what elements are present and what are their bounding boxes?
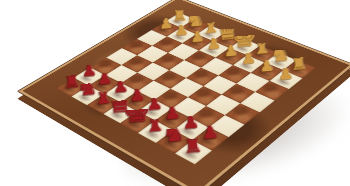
product-photo: ♜♞♝♛♚♝♞♜♟♟♟♟♟♟♟♟♟♟♟♟♟♟♟♟♜♞♝♛♚♝♞♜ <box>0 0 350 186</box>
piece-boxwood-queen: ♛ <box>216 28 239 51</box>
square-a4 <box>106 48 137 65</box>
board-frame: ♜♞♝♛♚♝♞♜♟♟♟♟♟♟♟♟♟♟♟♟♟♟♟♟♜♞♝♛♚♝♞♜ <box>18 0 350 186</box>
square-e8: ♚ <box>230 39 261 56</box>
rook-glyph: ♜ <box>171 4 188 23</box>
piece-shadow <box>215 37 235 47</box>
knight-glyph: ♞ <box>185 8 205 30</box>
square-c6 <box>168 43 199 60</box>
piece-boxwood-knight: ♞ <box>184 15 206 37</box>
square-b6 <box>152 37 182 53</box>
square-d8: ♛ <box>213 32 243 48</box>
piece-shadow <box>169 33 188 43</box>
piece-shadow <box>218 53 238 63</box>
piece-boxwood-bishop: ♝ <box>251 42 275 66</box>
pawn-glyph: ♟ <box>174 21 189 38</box>
bishop-glyph: ♝ <box>200 13 221 37</box>
square-c4 <box>137 63 169 81</box>
square-c7: ♟ <box>182 34 212 50</box>
square-c5 <box>153 53 184 70</box>
piece-boxwood-pawn: ♟ <box>170 24 193 47</box>
piece-shadow <box>168 18 186 27</box>
piece-shadow <box>183 24 202 33</box>
piece-boxwood-pawn: ♟ <box>202 37 225 60</box>
square-b5 <box>137 46 168 63</box>
piece-shadow <box>249 51 270 61</box>
square-d7: ♟ <box>199 41 230 58</box>
piece-boxwood-pawn: ♟ <box>155 18 177 40</box>
piece-shadow <box>232 44 252 54</box>
square-a6 <box>137 30 167 46</box>
square-e6 <box>201 58 233 76</box>
pawn-glyph: ♟ <box>158 15 173 31</box>
scene: ♜♞♝♛♚♝♞♜♟♟♟♟♟♟♟♟♟♟♟♟♟♟♟♟♜♞♝♛♚♝♞♜ <box>0 0 350 186</box>
square-f7: ♟ <box>233 55 265 73</box>
square-e7: ♟ <box>216 48 247 65</box>
square-f6 <box>218 65 250 83</box>
piece-shadow <box>185 39 205 49</box>
square-c8: ♝ <box>197 25 227 41</box>
piece-shadow <box>235 61 256 72</box>
pawn-glyph: ♟ <box>258 56 275 74</box>
square-a7: ♟ <box>152 21 181 36</box>
pawn-glyph: ♟ <box>223 42 239 60</box>
bishop-glyph: ♝ <box>251 33 274 58</box>
square-a5 <box>122 39 152 55</box>
piece-boxwood-pawn: ♟ <box>186 31 209 54</box>
pawn-glyph: ♟ <box>206 35 222 52</box>
square-d4 <box>154 70 186 89</box>
queen-glyph: ♛ <box>214 16 239 44</box>
piece-shadow <box>201 46 221 56</box>
chess-board: ♜♞♝♛♚♝♞♜♟♟♟♟♟♟♟♟♟♟♟♟♟♟♟♟♜♞♝♛♚♝♞♜ <box>18 0 350 186</box>
piece-boxwood-king: ♚ <box>233 35 256 58</box>
square-b7: ♟ <box>167 28 197 44</box>
square-b4 <box>122 55 153 72</box>
piece-shadow <box>199 30 218 39</box>
piece-boxwood-pawn: ♟ <box>237 52 261 76</box>
pawn-glyph: ♟ <box>189 28 204 45</box>
piece-boxwood-rook: ♜ <box>169 9 191 31</box>
square-d5 <box>169 60 201 78</box>
piece-boxwood-bishop: ♝ <box>200 22 223 45</box>
king-glyph: ♚ <box>230 21 258 51</box>
square-f8: ♝ <box>247 46 278 63</box>
square-d6 <box>184 50 215 67</box>
square-f5 <box>203 75 236 94</box>
square-b8: ♞ <box>181 19 210 34</box>
piece-boxwood-pawn: ♟ <box>219 44 243 68</box>
pawn-glyph: ♟ <box>240 49 256 67</box>
square-a8: ♜ <box>166 13 195 28</box>
piece-shadow <box>154 26 173 35</box>
